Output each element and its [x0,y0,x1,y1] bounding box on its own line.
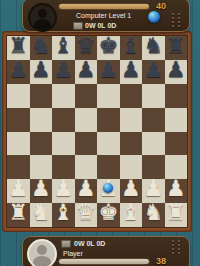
opponent-avatar[interactable] [28,3,57,32]
square-g7[interactable]: ♟ [142,60,165,84]
avatar-silhouette-icon [34,19,51,31]
piece-black-r-h8[interactable]: ♜ [166,37,186,55]
piece-white-p-h2[interactable]: ♟ [166,180,186,198]
square-f7[interactable]: ♟ [120,60,143,84]
piece-black-p-b7[interactable]: ♟ [31,61,51,79]
square-e5[interactable] [97,108,120,132]
square-a7[interactable]: ♟ [7,60,30,84]
square-f6[interactable] [120,84,143,108]
square-b5[interactable] [30,108,53,132]
piece-black-p-g7[interactable]: ♟ [143,61,163,79]
square-g5[interactable] [142,108,165,132]
avatar-silhouette-icon [33,256,51,266]
opponent-progress-bar [58,3,150,10]
piece-white-q-d1[interactable]: ♛ [76,204,96,222]
opponent-progress-fill [59,4,149,9]
square-b1[interactable]: ♞ [30,203,53,227]
piece-white-p-d2[interactable]: ♟ [76,180,96,198]
square-d1[interactable]: ♛ [75,203,98,227]
square-h6[interactable] [165,84,188,108]
piece-white-p-b2[interactable]: ♟ [31,180,51,198]
opponent-panel: 40 Computer Level 1 0W 0L 0D [22,0,190,32]
piece-black-p-d7[interactable]: ♟ [76,61,96,79]
square-h4[interactable] [165,132,188,156]
square-b7[interactable]: ♟ [30,60,53,84]
avatar-silhouette-icon [38,9,47,18]
piece-black-p-a7[interactable]: ♟ [8,61,28,79]
panel-rivets [170,240,182,254]
piece-black-q-d8[interactable]: ♛ [76,37,96,55]
square-f1[interactable]: ♝ [120,203,143,227]
square-h5[interactable] [165,108,188,132]
player-stats: 0W 0L 0D [74,240,105,247]
opponent-name: Computer Level 1 [76,12,131,19]
square-b6[interactable] [30,84,53,108]
square-c1[interactable]: ♝ [52,203,75,227]
square-e4[interactable] [97,132,120,156]
panel-rivets [170,13,182,27]
square-g6[interactable] [142,84,165,108]
stats-badge-icon [73,22,83,30]
board-grid: ♜♞♝♛♚♝♞♜♟♟♟♟♟♟♟♟♟♟♟♟♟♟♟♟♜♞♝♛♚♝♞♜ [7,36,187,227]
square-d7[interactable]: ♟ [75,60,98,84]
game-screen: ♜♞♝♛♚♝♞♜♟♟♟♟♟♟♟♟♟♟♟♟♟♟♟♟♜♞♝♛♚♝♞♜ 40 Comp… [0,0,200,266]
square-h1[interactable]: ♜ [165,203,188,227]
piece-black-r-a8[interactable]: ♜ [8,37,28,55]
opponent-stats: 0W 0L 0D [85,22,116,29]
piece-black-k-e8[interactable]: ♚ [98,37,118,55]
piece-black-p-h7[interactable]: ♟ [166,61,186,79]
piece-white-p-g2[interactable]: ♟ [143,180,163,198]
piece-white-p-a2[interactable]: ♟ [8,180,28,198]
square-a1[interactable]: ♜ [7,203,30,227]
piece-black-p-f7[interactable]: ♟ [121,61,141,79]
square-g4[interactable] [142,132,165,156]
square-d5[interactable] [75,108,98,132]
piece-white-p-f2[interactable]: ♟ [121,180,141,198]
piece-white-k-e1[interactable]: ♚ [98,204,118,222]
square-e7[interactable]: ♟ [97,60,120,84]
piece-black-b-f8[interactable]: ♝ [121,37,141,55]
square-a5[interactable] [7,108,30,132]
square-a4[interactable] [7,132,30,156]
player-avatar[interactable] [27,239,57,266]
piece-white-n-b1[interactable]: ♞ [31,204,51,222]
player-panel: 0W 0L 0D Player 38 [22,236,190,266]
square-c5[interactable] [52,108,75,132]
piece-white-n-g1[interactable]: ♞ [143,204,163,222]
player-score: 38 [151,256,171,266]
square-a6[interactable] [7,84,30,108]
level-gem-icon [148,11,160,23]
piece-white-b-c1[interactable]: ♝ [53,204,73,222]
piece-white-r-h1[interactable]: ♜ [166,204,186,222]
stats-badge-icon [61,240,71,248]
square-b4[interactable] [30,132,53,156]
piece-black-p-c7[interactable]: ♟ [53,61,73,79]
piece-black-p-e7[interactable]: ♟ [98,61,118,79]
square-c4[interactable] [52,132,75,156]
player-progress-bar [58,258,150,265]
square-c6[interactable] [52,84,75,108]
board-frame: ♜♞♝♛♚♝♞♜♟♟♟♟♟♟♟♟♟♟♟♟♟♟♟♟♜♞♝♛♚♝♞♜ [3,32,191,231]
square-g1[interactable]: ♞ [142,203,165,227]
square-f4[interactable] [120,132,143,156]
square-d6[interactable] [75,84,98,108]
piece-black-b-c8[interactable]: ♝ [53,37,73,55]
square-c7[interactable]: ♟ [52,60,75,84]
square-f5[interactable] [120,108,143,132]
player-name: Player [63,250,83,257]
avatar-silhouette-icon [37,245,47,255]
piece-black-n-b8[interactable]: ♞ [31,37,51,55]
opponent-score: 40 [151,1,171,11]
square-d4[interactable] [75,132,98,156]
square-e6[interactable] [97,84,120,108]
piece-white-b-f1[interactable]: ♝ [121,204,141,222]
piece-black-n-g8[interactable]: ♞ [143,37,163,55]
piece-white-r-a1[interactable]: ♜ [8,204,28,222]
square-h7[interactable]: ♟ [165,60,188,84]
piece-white-p-c2[interactable]: ♟ [53,180,73,198]
square-e1[interactable]: ♚ [97,203,120,227]
player-progress-fill [59,259,149,264]
